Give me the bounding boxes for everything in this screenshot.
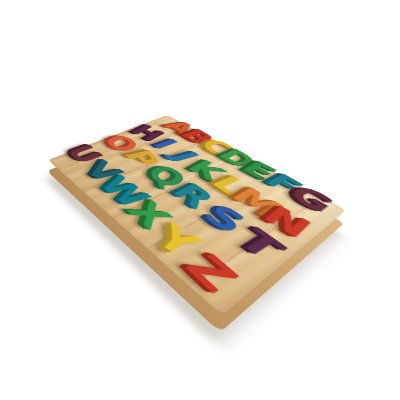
alphabet-puzzle-photo: ABCDEFGHIJKLMNOPQRSTUVWXYZ bbox=[0, 0, 400, 400]
